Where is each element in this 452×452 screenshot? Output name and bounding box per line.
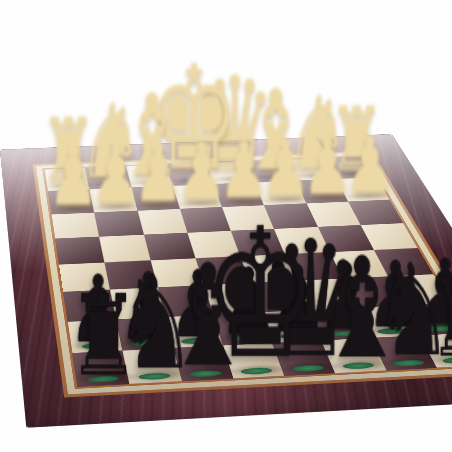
square-f3[interactable] bbox=[137, 209, 187, 235]
board-grid: ♜♞♝♚♛♝♞♜♟♟♟♟♟♟♟♟♟♟♟♟♟♟♟♟♜♞♝♚♛♝♞♜ bbox=[45, 157, 452, 387]
board-frame: ♜♞♝♚♛♝♞♜♟♟♟♟♟♟♟♟♟♟♟♟♟♟♟♟♜♞♝♚♛♝♞♜ bbox=[0, 134, 452, 428]
board-scene: ♜♞♝♚♛♝♞♜♟♟♟♟♟♟♟♟♟♟♟♟♟♟♟♟♜♞♝♚♛♝♞♜ bbox=[0, 0, 452, 452]
piece-white-pawn-f2[interactable]: ♟ bbox=[134, 137, 184, 212]
piece-anchor: ♜ bbox=[69, 328, 130, 390]
photo-backdrop: ♜♞♝♚♛♝♞♜♟♟♟♟♟♟♟♟♟♟♟♟♟♟♟♟♜♞♝♚♛♝♞♜ bbox=[0, 0, 452, 452]
chess-board: ♜♞♝♚♛♝♞♜♟♟♟♟♟♟♟♟♟♟♟♟♟♟♟♟♜♞♝♚♛♝♞♜ bbox=[0, 134, 452, 428]
board-border-line-outer: ♜♞♝♚♛♝♞♜♟♟♟♟♟♟♟♟♟♟♟♟♟♟♟♟♜♞♝♚♛♝♞♜ bbox=[32, 150, 452, 397]
board-border-line-inner: ♜♞♝♚♛♝♞♜♟♟♟♟♟♟♟♟♟♟♟♟♟♟♟♟♜♞♝♚♛♝♞♜ bbox=[42, 155, 452, 388]
square-h8[interactable]: ♜ bbox=[72, 350, 129, 386]
square-g3[interactable] bbox=[94, 210, 143, 236]
piece-anchor: ♟ bbox=[46, 179, 94, 216]
piece-black-rook-h8[interactable]: ♜ bbox=[69, 282, 140, 388]
piece-white-pawn-h2[interactable]: ♟ bbox=[48, 140, 99, 215]
square-h2[interactable]: ♟ bbox=[48, 189, 94, 214]
square-h3[interactable] bbox=[51, 212, 99, 238]
board-border-maple-strip: ♜♞♝♚♛♝♞♜♟♟♟♟♟♟♟♟♟♟♟♟♟♟♟♟♜♞♝♚♛♝♞♜ bbox=[36, 152, 452, 394]
